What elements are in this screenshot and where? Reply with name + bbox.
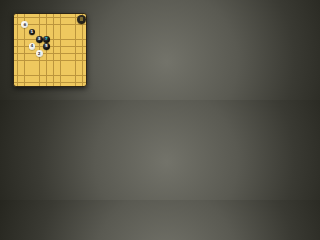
stone-move-number: 3 — [38, 37, 41, 41]
stone-move-number: 7 — [45, 37, 48, 41]
stone-black-3: 3 — [36, 36, 43, 43]
stone-white-2: 2 — [36, 50, 43, 57]
stone-move-number: 5 — [45, 44, 48, 48]
stone-move-number: 2 — [38, 52, 41, 56]
go-board-grid[interactable]: 6137452 — [14, 14, 86, 86]
stone-white-4: 4 — [29, 43, 36, 50]
stone-move-number: 4 — [31, 44, 34, 48]
stone-black-5: 5 — [43, 43, 50, 50]
corner-button[interactable] — [77, 15, 86, 24]
stone-white-6: 6 — [21, 21, 28, 28]
go-board[interactable]: 6137452 — [13, 13, 87, 87]
stone-move-number: 1 — [31, 30, 34, 34]
stone-move-number: 6 — [23, 23, 26, 27]
stone-black-7: 7 — [43, 36, 50, 43]
stone-black-1: 1 — [29, 29, 36, 36]
square-icon — [80, 17, 83, 20]
